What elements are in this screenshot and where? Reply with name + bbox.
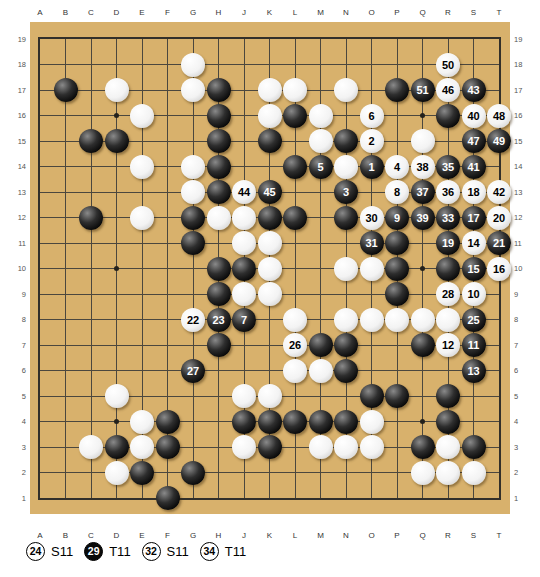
- point-A4[interactable]: [27, 409, 53, 435]
- point-K12[interactable]: [257, 205, 283, 231]
- point-R6[interactable]: [435, 358, 461, 384]
- point-P15[interactable]: [384, 128, 410, 154]
- point-R7[interactable]: 12: [435, 332, 461, 358]
- point-A12[interactable]: [27, 205, 53, 231]
- point-G19[interactable]: [180, 26, 206, 52]
- point-Q14[interactable]: 38: [410, 154, 436, 180]
- point-N8[interactable]: [333, 307, 359, 333]
- point-A16[interactable]: [27, 103, 53, 129]
- point-T14[interactable]: [486, 154, 512, 180]
- point-T10[interactable]: 16: [486, 256, 512, 282]
- point-Q13[interactable]: 37: [410, 179, 436, 205]
- point-N10[interactable]: [333, 256, 359, 282]
- point-P12[interactable]: 9: [384, 205, 410, 231]
- point-Q19[interactable]: [410, 26, 436, 52]
- point-E17[interactable]: [129, 77, 155, 103]
- point-E5[interactable]: [129, 383, 155, 409]
- point-L5[interactable]: [282, 383, 308, 409]
- point-O16[interactable]: 6: [359, 103, 385, 129]
- point-J16[interactable]: [231, 103, 257, 129]
- point-N18[interactable]: [333, 52, 359, 78]
- point-N17[interactable]: [333, 77, 359, 103]
- point-D9[interactable]: [104, 281, 130, 307]
- point-P13[interactable]: 8: [384, 179, 410, 205]
- point-J2[interactable]: [231, 460, 257, 486]
- point-R5[interactable]: [435, 383, 461, 409]
- point-E12[interactable]: [129, 205, 155, 231]
- point-F5[interactable]: [155, 383, 181, 409]
- point-N1[interactable]: [333, 485, 359, 511]
- point-J13[interactable]: 44: [231, 179, 257, 205]
- point-A10[interactable]: [27, 256, 53, 282]
- point-M1[interactable]: [308, 485, 334, 511]
- point-H16[interactable]: [206, 103, 232, 129]
- point-F4[interactable]: [155, 409, 181, 435]
- point-M12[interactable]: [308, 205, 334, 231]
- point-H1[interactable]: [206, 485, 232, 511]
- point-K6[interactable]: [257, 358, 283, 384]
- point-J10[interactable]: [231, 256, 257, 282]
- point-A14[interactable]: [27, 154, 53, 180]
- point-L18[interactable]: [282, 52, 308, 78]
- point-N11[interactable]: [333, 230, 359, 256]
- point-C7[interactable]: [78, 332, 104, 358]
- point-D3[interactable]: [104, 434, 130, 460]
- point-N13[interactable]: 3: [333, 179, 359, 205]
- point-P3[interactable]: [384, 434, 410, 460]
- point-S17[interactable]: 43: [461, 77, 487, 103]
- point-D6[interactable]: [104, 358, 130, 384]
- point-J17[interactable]: [231, 77, 257, 103]
- point-K1[interactable]: [257, 485, 283, 511]
- point-A13[interactable]: [27, 179, 53, 205]
- point-K17[interactable]: [257, 77, 283, 103]
- point-G2[interactable]: [180, 460, 206, 486]
- point-S14[interactable]: 41: [461, 154, 487, 180]
- point-Q9[interactable]: [410, 281, 436, 307]
- point-B3[interactable]: [53, 434, 79, 460]
- point-D8[interactable]: [104, 307, 130, 333]
- point-B7[interactable]: [53, 332, 79, 358]
- point-L3[interactable]: [282, 434, 308, 460]
- point-O5[interactable]: [359, 383, 385, 409]
- point-S8[interactable]: 25: [461, 307, 487, 333]
- point-L4[interactable]: [282, 409, 308, 435]
- point-R19[interactable]: [435, 26, 461, 52]
- point-S1[interactable]: [461, 485, 487, 511]
- point-Q12[interactable]: 39: [410, 205, 436, 231]
- point-F12[interactable]: [155, 205, 181, 231]
- point-E1[interactable]: [129, 485, 155, 511]
- point-H2[interactable]: [206, 460, 232, 486]
- point-N14[interactable]: [333, 154, 359, 180]
- point-C16[interactable]: [78, 103, 104, 129]
- point-L19[interactable]: [282, 26, 308, 52]
- point-K19[interactable]: [257, 26, 283, 52]
- point-L14[interactable]: [282, 154, 308, 180]
- point-J3[interactable]: [231, 434, 257, 460]
- point-L6[interactable]: [282, 358, 308, 384]
- point-O12[interactable]: 30: [359, 205, 385, 231]
- point-L8[interactable]: [282, 307, 308, 333]
- point-P5[interactable]: [384, 383, 410, 409]
- point-F13[interactable]: [155, 179, 181, 205]
- point-C6[interactable]: [78, 358, 104, 384]
- point-R10[interactable]: [435, 256, 461, 282]
- point-F15[interactable]: [155, 128, 181, 154]
- point-D2[interactable]: [104, 460, 130, 486]
- point-N5[interactable]: [333, 383, 359, 409]
- point-M10[interactable]: [308, 256, 334, 282]
- point-B5[interactable]: [53, 383, 79, 409]
- point-P4[interactable]: [384, 409, 410, 435]
- point-L2[interactable]: [282, 460, 308, 486]
- point-B10[interactable]: [53, 256, 79, 282]
- point-S15[interactable]: 47: [461, 128, 487, 154]
- point-J8[interactable]: 7: [231, 307, 257, 333]
- point-M6[interactable]: [308, 358, 334, 384]
- point-O14[interactable]: 1: [359, 154, 385, 180]
- point-S13[interactable]: 18: [461, 179, 487, 205]
- point-Q1[interactable]: [410, 485, 436, 511]
- point-D11[interactable]: [104, 230, 130, 256]
- point-H19[interactable]: [206, 26, 232, 52]
- point-S6[interactable]: 13: [461, 358, 487, 384]
- point-A8[interactable]: [27, 307, 53, 333]
- point-S3[interactable]: [461, 434, 487, 460]
- point-J1[interactable]: [231, 485, 257, 511]
- point-M7[interactable]: [308, 332, 334, 358]
- point-A11[interactable]: [27, 230, 53, 256]
- point-M11[interactable]: [308, 230, 334, 256]
- point-R2[interactable]: [435, 460, 461, 486]
- point-G17[interactable]: [180, 77, 206, 103]
- point-O6[interactable]: [359, 358, 385, 384]
- point-T17[interactable]: [486, 77, 512, 103]
- point-P8[interactable]: [384, 307, 410, 333]
- point-O18[interactable]: [359, 52, 385, 78]
- point-K2[interactable]: [257, 460, 283, 486]
- point-R15[interactable]: [435, 128, 461, 154]
- point-P1[interactable]: [384, 485, 410, 511]
- point-O3[interactable]: [359, 434, 385, 460]
- point-N15[interactable]: [333, 128, 359, 154]
- point-J7[interactable]: [231, 332, 257, 358]
- point-L1[interactable]: [282, 485, 308, 511]
- point-T15[interactable]: 49: [486, 128, 512, 154]
- point-C10[interactable]: [78, 256, 104, 282]
- point-P7[interactable]: [384, 332, 410, 358]
- point-H14[interactable]: [206, 154, 232, 180]
- point-G7[interactable]: [180, 332, 206, 358]
- point-R17[interactable]: 46: [435, 77, 461, 103]
- point-P11[interactable]: [384, 230, 410, 256]
- point-H18[interactable]: [206, 52, 232, 78]
- point-E15[interactable]: [129, 128, 155, 154]
- point-J14[interactable]: [231, 154, 257, 180]
- point-F8[interactable]: [155, 307, 181, 333]
- point-M14[interactable]: 5: [308, 154, 334, 180]
- point-D18[interactable]: [104, 52, 130, 78]
- point-O8[interactable]: [359, 307, 385, 333]
- point-F6[interactable]: [155, 358, 181, 384]
- point-C3[interactable]: [78, 434, 104, 460]
- point-G16[interactable]: [180, 103, 206, 129]
- point-L13[interactable]: [282, 179, 308, 205]
- point-M15[interactable]: [308, 128, 334, 154]
- point-G10[interactable]: [180, 256, 206, 282]
- point-H8[interactable]: 23: [206, 307, 232, 333]
- point-L10[interactable]: [282, 256, 308, 282]
- point-G1[interactable]: [180, 485, 206, 511]
- point-E4[interactable]: [129, 409, 155, 435]
- point-S4[interactable]: [461, 409, 487, 435]
- point-L9[interactable]: [282, 281, 308, 307]
- point-A19[interactable]: [27, 26, 53, 52]
- point-G18[interactable]: [180, 52, 206, 78]
- point-F10[interactable]: [155, 256, 181, 282]
- point-K9[interactable]: [257, 281, 283, 307]
- point-E3[interactable]: [129, 434, 155, 460]
- point-M13[interactable]: [308, 179, 334, 205]
- point-M4[interactable]: [308, 409, 334, 435]
- point-E16[interactable]: [129, 103, 155, 129]
- point-L15[interactable]: [282, 128, 308, 154]
- point-G5[interactable]: [180, 383, 206, 409]
- point-D17[interactable]: [104, 77, 130, 103]
- point-N19[interactable]: [333, 26, 359, 52]
- point-A15[interactable]: [27, 128, 53, 154]
- point-B1[interactable]: [53, 485, 79, 511]
- point-K10[interactable]: [257, 256, 283, 282]
- point-R8[interactable]: [435, 307, 461, 333]
- point-E13[interactable]: [129, 179, 155, 205]
- point-G14[interactable]: [180, 154, 206, 180]
- point-E9[interactable]: [129, 281, 155, 307]
- point-B8[interactable]: [53, 307, 79, 333]
- point-H7[interactable]: [206, 332, 232, 358]
- point-B18[interactable]: [53, 52, 79, 78]
- point-A9[interactable]: [27, 281, 53, 307]
- point-E2[interactable]: [129, 460, 155, 486]
- point-J15[interactable]: [231, 128, 257, 154]
- point-G6[interactable]: 27: [180, 358, 206, 384]
- point-T11[interactable]: 21: [486, 230, 512, 256]
- point-O11[interactable]: 31: [359, 230, 385, 256]
- point-R4[interactable]: [435, 409, 461, 435]
- point-T8[interactable]: [486, 307, 512, 333]
- point-B6[interactable]: [53, 358, 79, 384]
- point-G13[interactable]: [180, 179, 206, 205]
- point-D10[interactable]: [104, 256, 130, 282]
- point-C18[interactable]: [78, 52, 104, 78]
- point-Q15[interactable]: [410, 128, 436, 154]
- point-R3[interactable]: [435, 434, 461, 460]
- point-N12[interactable]: [333, 205, 359, 231]
- point-A17[interactable]: [27, 77, 53, 103]
- point-S9[interactable]: 10: [461, 281, 487, 307]
- point-C19[interactable]: [78, 26, 104, 52]
- point-T4[interactable]: [486, 409, 512, 435]
- point-Q7[interactable]: [410, 332, 436, 358]
- point-D13[interactable]: [104, 179, 130, 205]
- point-M9[interactable]: [308, 281, 334, 307]
- point-T18[interactable]: [486, 52, 512, 78]
- point-Q4[interactable]: [410, 409, 436, 435]
- point-T3[interactable]: [486, 434, 512, 460]
- point-B19[interactable]: [53, 26, 79, 52]
- point-D5[interactable]: [104, 383, 130, 409]
- point-S16[interactable]: 40: [461, 103, 487, 129]
- point-Q18[interactable]: [410, 52, 436, 78]
- point-O10[interactable]: [359, 256, 385, 282]
- point-B14[interactable]: [53, 154, 79, 180]
- point-C17[interactable]: [78, 77, 104, 103]
- point-R16[interactable]: [435, 103, 461, 129]
- point-K15[interactable]: [257, 128, 283, 154]
- point-J11[interactable]: [231, 230, 257, 256]
- point-J18[interactable]: [231, 52, 257, 78]
- point-F18[interactable]: [155, 52, 181, 78]
- point-O19[interactable]: [359, 26, 385, 52]
- point-G8[interactable]: 22: [180, 307, 206, 333]
- point-B11[interactable]: [53, 230, 79, 256]
- point-P17[interactable]: [384, 77, 410, 103]
- point-O17[interactable]: [359, 77, 385, 103]
- point-J6[interactable]: [231, 358, 257, 384]
- point-H6[interactable]: [206, 358, 232, 384]
- point-J5[interactable]: [231, 383, 257, 409]
- point-T6[interactable]: [486, 358, 512, 384]
- point-J9[interactable]: [231, 281, 257, 307]
- point-H17[interactable]: [206, 77, 232, 103]
- point-F1[interactable]: [155, 485, 181, 511]
- point-C9[interactable]: [78, 281, 104, 307]
- point-E18[interactable]: [129, 52, 155, 78]
- point-P19[interactable]: [384, 26, 410, 52]
- point-S11[interactable]: 14: [461, 230, 487, 256]
- point-K8[interactable]: [257, 307, 283, 333]
- point-G9[interactable]: [180, 281, 206, 307]
- point-T12[interactable]: 20: [486, 205, 512, 231]
- point-Q10[interactable]: [410, 256, 436, 282]
- point-S12[interactable]: 17: [461, 205, 487, 231]
- point-T2[interactable]: [486, 460, 512, 486]
- point-P14[interactable]: 4: [384, 154, 410, 180]
- point-E8[interactable]: [129, 307, 155, 333]
- point-M18[interactable]: [308, 52, 334, 78]
- point-T16[interactable]: 48: [486, 103, 512, 129]
- point-D7[interactable]: [104, 332, 130, 358]
- point-M19[interactable]: [308, 26, 334, 52]
- point-F19[interactable]: [155, 26, 181, 52]
- point-K7[interactable]: [257, 332, 283, 358]
- point-Q5[interactable]: [410, 383, 436, 409]
- point-C15[interactable]: [78, 128, 104, 154]
- point-H13[interactable]: [206, 179, 232, 205]
- point-R12[interactable]: 33: [435, 205, 461, 231]
- point-N6[interactable]: [333, 358, 359, 384]
- point-T9[interactable]: [486, 281, 512, 307]
- point-Q6[interactable]: [410, 358, 436, 384]
- point-C11[interactable]: [78, 230, 104, 256]
- point-C8[interactable]: [78, 307, 104, 333]
- point-F3[interactable]: [155, 434, 181, 460]
- point-A3[interactable]: [27, 434, 53, 460]
- point-H4[interactable]: [206, 409, 232, 435]
- point-K16[interactable]: [257, 103, 283, 129]
- point-G3[interactable]: [180, 434, 206, 460]
- point-H15[interactable]: [206, 128, 232, 154]
- point-S18[interactable]: [461, 52, 487, 78]
- point-B13[interactable]: [53, 179, 79, 205]
- point-A6[interactable]: [27, 358, 53, 384]
- point-O15[interactable]: 2: [359, 128, 385, 154]
- point-M2[interactable]: [308, 460, 334, 486]
- point-L11[interactable]: [282, 230, 308, 256]
- point-P9[interactable]: [384, 281, 410, 307]
- point-E19[interactable]: [129, 26, 155, 52]
- point-L7[interactable]: 26: [282, 332, 308, 358]
- point-H9[interactable]: [206, 281, 232, 307]
- point-S19[interactable]: [461, 26, 487, 52]
- point-S5[interactable]: [461, 383, 487, 409]
- point-Q8[interactable]: [410, 307, 436, 333]
- point-C5[interactable]: [78, 383, 104, 409]
- point-O4[interactable]: [359, 409, 385, 435]
- point-H10[interactable]: [206, 256, 232, 282]
- point-T19[interactable]: [486, 26, 512, 52]
- point-Q2[interactable]: [410, 460, 436, 486]
- point-D14[interactable]: [104, 154, 130, 180]
- point-N7[interactable]: [333, 332, 359, 358]
- point-K18[interactable]: [257, 52, 283, 78]
- point-B16[interactable]: [53, 103, 79, 129]
- point-F11[interactable]: [155, 230, 181, 256]
- point-A2[interactable]: [27, 460, 53, 486]
- point-S2[interactable]: [461, 460, 487, 486]
- point-R13[interactable]: 36: [435, 179, 461, 205]
- point-O7[interactable]: [359, 332, 385, 358]
- point-C4[interactable]: [78, 409, 104, 435]
- point-T13[interactable]: 42: [486, 179, 512, 205]
- point-K5[interactable]: [257, 383, 283, 409]
- point-B9[interactable]: [53, 281, 79, 307]
- point-Q11[interactable]: [410, 230, 436, 256]
- point-P6[interactable]: [384, 358, 410, 384]
- point-G4[interactable]: [180, 409, 206, 435]
- point-T7[interactable]: [486, 332, 512, 358]
- point-E11[interactable]: [129, 230, 155, 256]
- point-C2[interactable]: [78, 460, 104, 486]
- point-B12[interactable]: [53, 205, 79, 231]
- point-F14[interactable]: [155, 154, 181, 180]
- point-A7[interactable]: [27, 332, 53, 358]
- point-M17[interactable]: [308, 77, 334, 103]
- point-O9[interactable]: [359, 281, 385, 307]
- point-F2[interactable]: [155, 460, 181, 486]
- point-B4[interactable]: [53, 409, 79, 435]
- point-L16[interactable]: [282, 103, 308, 129]
- point-K3[interactable]: [257, 434, 283, 460]
- point-A5[interactable]: [27, 383, 53, 409]
- point-G15[interactable]: [180, 128, 206, 154]
- point-N3[interactable]: [333, 434, 359, 460]
- point-F16[interactable]: [155, 103, 181, 129]
- point-E6[interactable]: [129, 358, 155, 384]
- point-S10[interactable]: 15: [461, 256, 487, 282]
- point-G12[interactable]: [180, 205, 206, 231]
